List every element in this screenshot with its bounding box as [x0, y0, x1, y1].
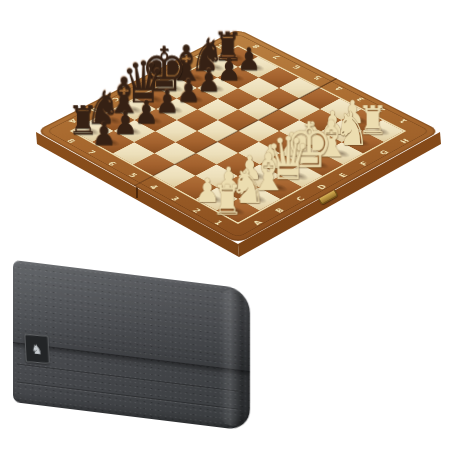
rank-label-far-6: 6 [289, 63, 305, 71]
rank-label-far-1: 1 [395, 117, 412, 126]
file-label-near-C: C [292, 194, 309, 204]
board-grid: ♜♟♟♜♞♟♟♞♝♟♟♝♚♟♟♚♛♟♟♛♝♟♟♝♞♟♟♞♜♟♟♜ [70, 45, 407, 224]
file-label-near-G: G [376, 148, 393, 157]
rank-label-near-6: 6 [103, 159, 120, 168]
knight-icon: ♞ [31, 342, 43, 356]
rank-label-near-4: 4 [145, 182, 162, 191]
rank-label-near-5: 5 [124, 171, 141, 180]
rank-label-far-5: 5 [310, 73, 327, 82]
file-label-near-F: F [355, 159, 372, 168]
file-label-near-D: D [314, 182, 331, 191]
rank-label-near-3: 3 [166, 194, 183, 204]
piece-black-pawn: ♟ [89, 118, 118, 150]
brand-patch: ♞ [24, 334, 49, 364]
chess-board: ♜♟♟♜♞♟♟♞♝♟♟♝♚♟♟♚♛♟♟♛♝♟♟♝♞♟♟♞♜♟♟♜ AA11BB2… [36, 29, 440, 244]
rank-label-near-2: 2 [188, 206, 206, 216]
rank-label-far-4: 4 [331, 84, 348, 93]
case-right-fold [219, 288, 245, 427]
file-label-near-B: B [271, 206, 289, 216]
file-label-near-A: A [249, 218, 267, 228]
product-photo: ♜♟♟♜♞♟♟♞♝♟♟♝♚♟♟♚♛♟♟♛♝♟♟♝♞♟♟♞♜♟♟♜ AA11BB2… [0, 0, 450, 450]
square-d5 [197, 120, 238, 142]
felt-case: ♞ [13, 260, 250, 431]
piece-white-rook: ♜ [209, 179, 246, 221]
file-label-near-H: H [397, 137, 414, 146]
rank-label-far-7: 7 [268, 52, 284, 60]
case-stitch-line [17, 363, 238, 391]
